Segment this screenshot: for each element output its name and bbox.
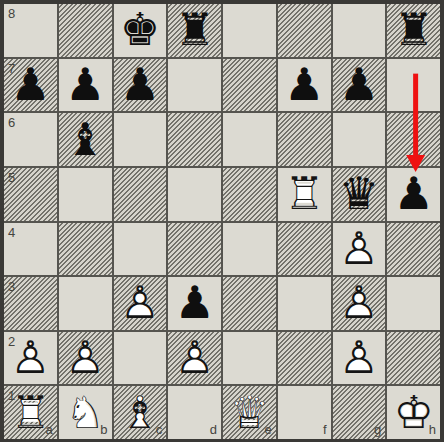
rank-label-3: 3 (8, 279, 15, 294)
white-rook-piece[interactable]: ♜︎♖ (278, 168, 331, 221)
black-pawn-piece[interactable]: ♟︎ (114, 59, 167, 112)
square-e5[interactable] (223, 168, 276, 221)
square-e6[interactable] (223, 113, 276, 166)
black-queen-piece[interactable]: ♛︎ (333, 168, 386, 221)
black-pawn-piece[interactable]: ♟︎ (333, 59, 386, 112)
file-label-f: f (323, 422, 327, 437)
square-h7[interactable] (387, 59, 440, 112)
square-e2[interactable] (223, 332, 276, 385)
piece-outline: ♘ (59, 389, 112, 434)
square-g7[interactable]: ♟︎ (333, 59, 386, 112)
square-b3[interactable] (59, 277, 112, 330)
black-king-piece[interactable]: ♚︎ (114, 4, 167, 57)
square-h4[interactable] (387, 223, 440, 276)
piece-glyph: ♟︎ (59, 62, 112, 107)
rank-label-6: 6 (8, 115, 15, 130)
square-f3[interactable] (278, 277, 331, 330)
square-h2[interactable] (387, 332, 440, 385)
black-rook-piece[interactable]: ♜︎ (387, 4, 440, 57)
square-d8[interactable]: ♜︎ (168, 4, 221, 57)
square-f4[interactable] (278, 223, 331, 276)
chess-board: 8♚︎♜︎♜︎7♟︎♟︎♟︎♟︎♟︎6♝︎5♜︎♖♛︎♟︎4♟︎♙3♟︎♙♟︎♟… (4, 4, 440, 439)
piece-outline: ♙ (59, 335, 112, 380)
square-b5[interactable] (59, 168, 112, 221)
square-c4[interactable] (114, 223, 167, 276)
square-h1[interactable]: h♚︎♔ (387, 386, 440, 439)
white-bishop-piece[interactable]: ♝︎♗ (114, 386, 167, 439)
square-g8[interactable] (333, 4, 386, 57)
square-c6[interactable] (114, 113, 167, 166)
piece-glyph: ♟︎ (278, 62, 331, 107)
square-c3[interactable]: ♟︎♙ (114, 277, 167, 330)
square-d1[interactable]: d (168, 386, 221, 439)
black-bishop-piece[interactable]: ♝︎ (59, 113, 112, 166)
square-b2[interactable]: ♟︎♙ (59, 332, 112, 385)
square-a6[interactable]: 6 (4, 113, 57, 166)
square-d5[interactable] (168, 168, 221, 221)
square-a2[interactable]: 2♟︎♙ (4, 332, 57, 385)
square-f2[interactable] (278, 332, 331, 385)
square-c2[interactable] (114, 332, 167, 385)
square-h3[interactable] (387, 277, 440, 330)
square-g4[interactable]: ♟︎♙ (333, 223, 386, 276)
piece-outline: ♙ (114, 280, 167, 325)
square-c8[interactable]: ♚︎ (114, 4, 167, 57)
square-g5[interactable]: ♛︎ (333, 168, 386, 221)
piece-glyph: ♟︎ (387, 171, 440, 216)
square-b7[interactable]: ♟︎ (59, 59, 112, 112)
square-h6[interactable] (387, 113, 440, 166)
square-e4[interactable] (223, 223, 276, 276)
square-d4[interactable] (168, 223, 221, 276)
square-c1[interactable]: c♝︎♗ (114, 386, 167, 439)
square-g1[interactable]: g (333, 386, 386, 439)
piece-outline: ♙ (333, 280, 386, 325)
square-e3[interactable] (223, 277, 276, 330)
white-knight-piece[interactable]: ♞︎♘ (59, 386, 112, 439)
white-pawn-piece[interactable]: ♟︎♙ (168, 332, 221, 385)
square-f5[interactable]: ♜︎♖ (278, 168, 331, 221)
square-a1[interactable]: 1a♜︎♖ (4, 386, 57, 439)
square-f7[interactable]: ♟︎ (278, 59, 331, 112)
square-f1[interactable]: f (278, 386, 331, 439)
white-pawn-piece[interactable]: ♟︎♙ (59, 332, 112, 385)
piece-outline: ♔ (387, 389, 440, 434)
black-pawn-piece[interactable]: ♟︎ (4, 59, 57, 112)
square-e1[interactable]: e♛︎♕ (223, 386, 276, 439)
square-d6[interactable] (168, 113, 221, 166)
piece-glyph: ♟︎ (4, 62, 57, 107)
black-pawn-piece[interactable]: ♟︎ (278, 59, 331, 112)
file-label-g: g (374, 422, 381, 437)
square-a8[interactable]: 8 (4, 4, 57, 57)
rank-label-8: 8 (8, 6, 15, 21)
white-pawn-piece[interactable]: ♟︎♙ (114, 277, 167, 330)
white-queen-piece[interactable]: ♛︎♕ (223, 386, 276, 439)
piece-outline: ♙ (333, 335, 386, 380)
square-f6[interactable] (278, 113, 331, 166)
square-a4[interactable]: 4 (4, 223, 57, 276)
square-c7[interactable]: ♟︎ (114, 59, 167, 112)
square-h8[interactable]: ♜︎ (387, 4, 440, 57)
black-pawn-piece[interactable]: ♟︎ (168, 277, 221, 330)
rank-label-5: 5 (8, 170, 15, 185)
piece-outline: ♗ (114, 389, 167, 434)
square-a7[interactable]: 7♟︎ (4, 59, 57, 112)
square-a5[interactable]: 5 (4, 168, 57, 221)
piece-glyph: ♝︎ (59, 116, 112, 161)
square-b6[interactable]: ♝︎ (59, 113, 112, 166)
white-rook-piece[interactable]: ♜︎♖ (4, 386, 57, 439)
square-d3[interactable]: ♟︎ (168, 277, 221, 330)
file-label-d: d (210, 422, 217, 437)
square-g6[interactable] (333, 113, 386, 166)
square-c5[interactable] (114, 168, 167, 221)
piece-glyph: ♛︎ (333, 171, 386, 216)
piece-glyph: ♜︎ (387, 7, 440, 52)
white-pawn-piece[interactable]: ♟︎♙ (4, 332, 57, 385)
piece-outline: ♖ (4, 389, 57, 434)
piece-glyph: ♜︎ (168, 7, 221, 52)
square-b4[interactable] (59, 223, 112, 276)
white-pawn-piece[interactable]: ♟︎♙ (333, 277, 386, 330)
chess-diagram: { "game": "chess", "board": { "orientati… (0, 0, 444, 442)
square-e7[interactable] (223, 59, 276, 112)
piece-glyph: ♟︎ (168, 280, 221, 325)
black-pawn-piece[interactable]: ♟︎ (387, 168, 440, 221)
square-d7[interactable] (168, 59, 221, 112)
square-b8[interactable] (59, 4, 112, 57)
white-pawn-piece[interactable]: ♟︎♙ (333, 332, 386, 385)
square-e8[interactable] (223, 4, 276, 57)
piece-outline: ♖ (278, 171, 331, 216)
white-king-piece[interactable]: ♚︎♔ (387, 386, 440, 439)
black-pawn-piece[interactable]: ♟︎ (59, 59, 112, 112)
square-h5[interactable]: ♟︎ (387, 168, 440, 221)
piece-outline: ♙ (4, 335, 57, 380)
square-g3[interactable]: ♟︎♙ (333, 277, 386, 330)
piece-glyph: ♟︎ (333, 62, 386, 107)
rank-label-4: 4 (8, 225, 15, 240)
square-f8[interactable] (278, 4, 331, 57)
piece-outline: ♙ (168, 335, 221, 380)
piece-outline: ♙ (333, 225, 386, 270)
white-pawn-piece[interactable]: ♟︎♙ (333, 223, 386, 276)
black-rook-piece[interactable]: ♜︎ (168, 4, 221, 57)
square-d2[interactable]: ♟︎♙ (168, 332, 221, 385)
square-g2[interactable]: ♟︎♙ (333, 332, 386, 385)
square-b1[interactable]: b♞︎♘ (59, 386, 112, 439)
piece-glyph: ♚︎ (114, 7, 167, 52)
square-a3[interactable]: 3 (4, 277, 57, 330)
piece-outline: ♕ (223, 389, 276, 434)
piece-glyph: ♟︎ (114, 62, 167, 107)
